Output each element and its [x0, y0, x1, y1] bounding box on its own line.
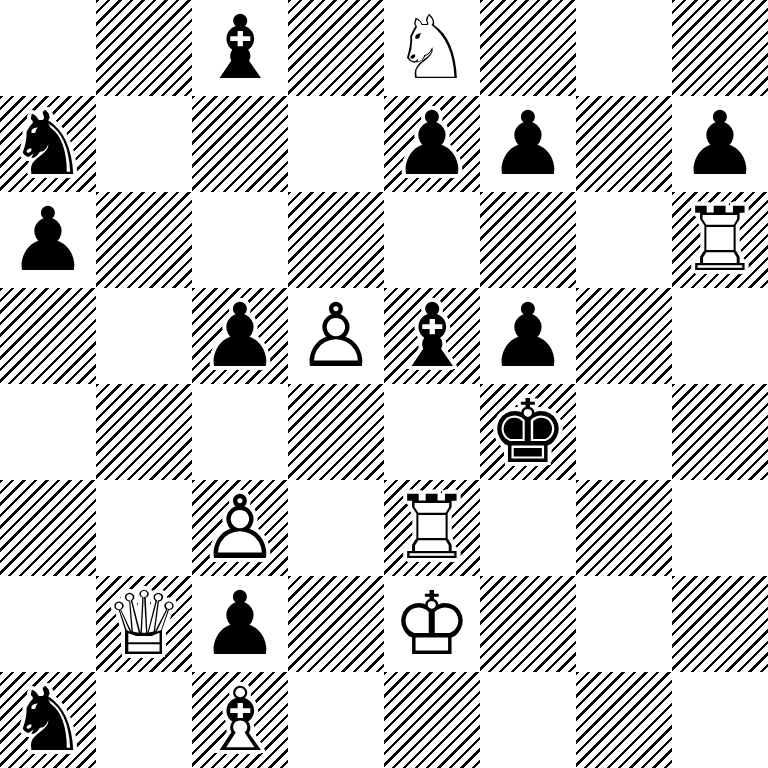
square-b5[interactable]: [96, 288, 192, 384]
square-a7[interactable]: ♞♞: [0, 96, 96, 192]
piece-black-knight-a7[interactable]: ♞♞: [0, 96, 96, 192]
square-a1[interactable]: ♞♞: [0, 672, 96, 768]
piece-white-knight-e8[interactable]: ♞♘: [384, 0, 480, 96]
piece-black-pawn-a6[interactable]: ♟♟: [0, 192, 96, 288]
square-d6[interactable]: [288, 192, 384, 288]
square-c4[interactable]: [192, 384, 288, 480]
black-knight-icon: ♞: [0, 672, 96, 768]
black-pawn-icon: ♟: [192, 576, 288, 672]
black-pawn-icon: ♟: [384, 96, 480, 192]
piece-black-bishop-e5[interactable]: ♝♝: [384, 288, 480, 384]
square-c3[interactable]: ♟♙: [192, 480, 288, 576]
square-h2[interactable]: [672, 576, 768, 672]
square-b7[interactable]: [96, 96, 192, 192]
piece-white-bishop-c1[interactable]: ♝♗: [192, 672, 288, 768]
square-b3[interactable]: [96, 480, 192, 576]
black-king-icon: ♚: [480, 384, 576, 480]
piece-black-pawn-f7[interactable]: ♟♟: [480, 96, 576, 192]
square-b6[interactable]: [96, 192, 192, 288]
chessboard: ♝♝♞♘♞♞♟♟♟♟♟♟♟♟♜♖♟♟♟♙♝♝♟♟♚♚♟♙♜♖♛♕♟♟♚♔♞♞♝♗: [0, 0, 768, 768]
black-pawn-icon: ♟: [480, 96, 576, 192]
square-e4[interactable]: [384, 384, 480, 480]
piece-black-pawn-c2[interactable]: ♟♟: [192, 576, 288, 672]
black-pawn-icon: ♟: [0, 192, 96, 288]
square-c6[interactable]: [192, 192, 288, 288]
square-d7[interactable]: [288, 96, 384, 192]
square-a6[interactable]: ♟♟: [0, 192, 96, 288]
white-knight-icon: ♘: [384, 0, 480, 96]
square-c2[interactable]: ♟♟: [192, 576, 288, 672]
square-g8[interactable]: [576, 0, 672, 96]
square-f5[interactable]: ♟♟: [480, 288, 576, 384]
square-g5[interactable]: [576, 288, 672, 384]
square-c8[interactable]: ♝♝: [192, 0, 288, 96]
square-b4[interactable]: [96, 384, 192, 480]
white-king-icon: ♔: [384, 576, 480, 672]
piece-black-knight-a1[interactable]: ♞♞: [0, 672, 96, 768]
square-g4[interactable]: [576, 384, 672, 480]
square-d8[interactable]: [288, 0, 384, 96]
square-b2[interactable]: ♛♕: [96, 576, 192, 672]
square-c5[interactable]: ♟♟: [192, 288, 288, 384]
square-a2[interactable]: [0, 576, 96, 672]
square-f4[interactable]: ♚♚: [480, 384, 576, 480]
white-pawn-icon: ♙: [288, 288, 384, 384]
square-a8[interactable]: [0, 0, 96, 96]
square-a3[interactable]: [0, 480, 96, 576]
black-pawn-icon: ♟: [672, 96, 768, 192]
white-rook-icon: ♖: [672, 192, 768, 288]
square-a5[interactable]: [0, 288, 96, 384]
square-e2[interactable]: ♚♔: [384, 576, 480, 672]
square-h1[interactable]: [672, 672, 768, 768]
square-d2[interactable]: [288, 576, 384, 672]
white-pawn-icon: ♙: [192, 480, 288, 576]
square-d1[interactable]: [288, 672, 384, 768]
square-d4[interactable]: [288, 384, 384, 480]
piece-black-pawn-c5[interactable]: ♟♟: [192, 288, 288, 384]
square-f6[interactable]: [480, 192, 576, 288]
piece-white-king-e2[interactable]: ♚♔: [384, 576, 480, 672]
piece-white-rook-h6[interactable]: ♜♖: [672, 192, 768, 288]
square-h7[interactable]: ♟♟: [672, 96, 768, 192]
square-g7[interactable]: [576, 96, 672, 192]
piece-black-pawn-e7[interactable]: ♟♟: [384, 96, 480, 192]
square-e1[interactable]: [384, 672, 480, 768]
square-d3[interactable]: [288, 480, 384, 576]
square-b1[interactable]: [96, 672, 192, 768]
black-pawn-icon: ♟: [480, 288, 576, 384]
white-rook-icon: ♖: [384, 480, 480, 576]
piece-black-pawn-h7[interactable]: ♟♟: [672, 96, 768, 192]
piece-black-king-f4[interactable]: ♚♚: [480, 384, 576, 480]
piece-white-queen-b2[interactable]: ♛♕: [96, 576, 192, 672]
piece-white-rook-e3[interactable]: ♜♖: [384, 480, 480, 576]
square-f7[interactable]: ♟♟: [480, 96, 576, 192]
square-g3[interactable]: [576, 480, 672, 576]
square-h8[interactable]: [672, 0, 768, 96]
black-knight-icon: ♞: [0, 96, 96, 192]
square-h6[interactable]: ♜♖: [672, 192, 768, 288]
square-b8[interactable]: [96, 0, 192, 96]
square-g1[interactable]: [576, 672, 672, 768]
square-d5[interactable]: ♟♙: [288, 288, 384, 384]
square-e6[interactable]: [384, 192, 480, 288]
square-e7[interactable]: ♟♟: [384, 96, 480, 192]
square-a4[interactable]: [0, 384, 96, 480]
piece-black-bishop-c8[interactable]: ♝♝: [192, 0, 288, 96]
white-bishop-icon: ♗: [192, 672, 288, 768]
square-f1[interactable]: [480, 672, 576, 768]
square-c7[interactable]: [192, 96, 288, 192]
square-c1[interactable]: ♝♗: [192, 672, 288, 768]
square-g2[interactable]: [576, 576, 672, 672]
piece-white-pawn-d5[interactable]: ♟♙: [288, 288, 384, 384]
black-bishop-icon: ♝: [384, 288, 480, 384]
square-h4[interactable]: [672, 384, 768, 480]
square-g6[interactable]: [576, 192, 672, 288]
black-pawn-icon: ♟: [192, 288, 288, 384]
square-e5[interactable]: ♝♝: [384, 288, 480, 384]
square-f8[interactable]: [480, 0, 576, 96]
square-e3[interactable]: ♜♖: [384, 480, 480, 576]
square-e8[interactable]: ♞♘: [384, 0, 480, 96]
black-bishop-icon: ♝: [192, 0, 288, 96]
square-h5[interactable]: [672, 288, 768, 384]
square-f3[interactable]: [480, 480, 576, 576]
piece-white-pawn-c3[interactable]: ♟♙: [192, 480, 288, 576]
white-queen-icon: ♕: [96, 576, 192, 672]
square-h3[interactable]: [672, 480, 768, 576]
piece-black-pawn-f5[interactable]: ♟♟: [480, 288, 576, 384]
square-f2[interactable]: [480, 576, 576, 672]
